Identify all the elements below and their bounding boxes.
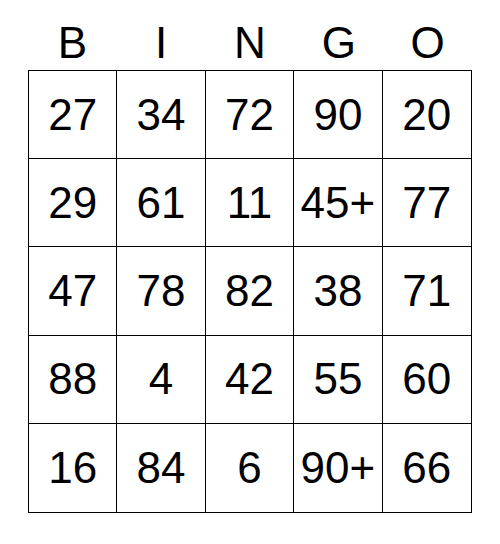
bingo-header-row: B I N G O [28, 18, 472, 70]
bingo-cell-r2-c4[interactable]: 45+ [294, 159, 382, 247]
header-letter-n: N [206, 18, 295, 70]
header-letter-b: B [28, 18, 117, 70]
bingo-cell-r1-c5[interactable]: 20 [383, 71, 471, 159]
bingo-cell-r3-c3[interactable]: 82 [206, 247, 294, 335]
bingo-cell-r5-c1[interactable]: 16 [29, 424, 117, 512]
bingo-cell-r2-c3[interactable]: 11 [206, 159, 294, 247]
bingo-card: B I N G O 273472902029611145+77477882387… [28, 18, 472, 513]
bingo-cell-r5-c2[interactable]: 84 [117, 424, 205, 512]
bingo-cell-r5-c3[interactable]: 6 [206, 424, 294, 512]
bingo-cell-r4-c4[interactable]: 55 [294, 336, 382, 424]
bingo-cell-r1-c2[interactable]: 34 [117, 71, 205, 159]
bingo-cell-r2-c5[interactable]: 77 [383, 159, 471, 247]
bingo-cell-r4-c1[interactable]: 88 [29, 336, 117, 424]
bingo-cell-r1-c3[interactable]: 72 [206, 71, 294, 159]
bingo-cell-r1-c4[interactable]: 90 [294, 71, 382, 159]
bingo-cell-r4-c5[interactable]: 60 [383, 336, 471, 424]
bingo-cell-r5-c4[interactable]: 90+ [294, 424, 382, 512]
bingo-cell-r4-c2[interactable]: 4 [117, 336, 205, 424]
bingo-cell-r3-c1[interactable]: 47 [29, 247, 117, 335]
bingo-cell-r4-c3[interactable]: 42 [206, 336, 294, 424]
bingo-cell-r3-c5[interactable]: 71 [383, 247, 471, 335]
header-letter-i: I [117, 18, 206, 70]
header-letter-g: G [294, 18, 383, 70]
bingo-cell-r1-c1[interactable]: 27 [29, 71, 117, 159]
bingo-cell-r2-c2[interactable]: 61 [117, 159, 205, 247]
bingo-cell-r3-c4[interactable]: 38 [294, 247, 382, 335]
bingo-cell-r5-c5[interactable]: 66 [383, 424, 471, 512]
bingo-cell-r3-c2[interactable]: 78 [117, 247, 205, 335]
bingo-grid: 273472902029611145+774778823871884425560… [28, 70, 472, 513]
header-letter-o: O [383, 18, 472, 70]
bingo-cell-r2-c1[interactable]: 29 [29, 159, 117, 247]
